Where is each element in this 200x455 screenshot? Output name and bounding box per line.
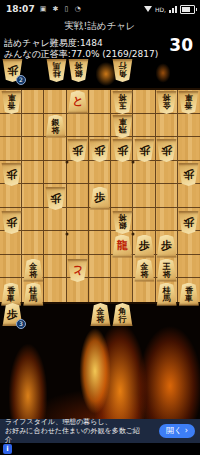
hand-piece-slot[interactable]: 角行 [112, 58, 133, 83]
hoshi-dot [132, 161, 135, 164]
board-cell[interactable] [0, 137, 22, 161]
board-cell[interactable] [89, 114, 111, 138]
piece-kanji: 歩 [7, 309, 18, 321]
board-cell[interactable] [178, 231, 200, 255]
ad-banner[interactable]: ライフスタイル、理想の暮らし、 お好みに合わせた住まいの外観を多数ご紹介 開く … [0, 419, 200, 443]
board-cell[interactable] [22, 184, 44, 208]
board-cell[interactable] [89, 161, 111, 185]
shogi-piece-gote-角行[interactable]: 角行 [112, 59, 133, 82]
board-cell[interactable] [67, 161, 89, 185]
board-cell[interactable] [89, 231, 111, 255]
piece-kanji: 歩 [183, 216, 194, 228]
board-cell[interactable] [0, 255, 22, 279]
piece-kanji: 歩 [139, 144, 150, 156]
hand-piece-slot[interactable]: 桂馬 [46, 58, 67, 83]
countdown-timer: 30 [169, 35, 193, 55]
piece-kanji: 将 [163, 94, 171, 102]
board-cell[interactable] [111, 278, 133, 302]
board-cell[interactable] [44, 278, 66, 302]
hand-piece-slot[interactable]: 金将 [90, 302, 111, 327]
clock-label: 18:07 [6, 4, 35, 14]
piece-kanji: 歩 [117, 144, 128, 156]
piece-kanji: 行 [119, 315, 127, 323]
hand-piece-slot[interactable]: 歩2 [2, 58, 23, 83]
shogi-board: 香車と玉将金将香車銀将飛車歩歩歩歩歩歩歩歩歩歩銀将歩龍歩歩金将と金将王将香車桂馬… [0, 88, 200, 304]
board-cell[interactable] [133, 114, 155, 138]
board-cell[interactable] [111, 255, 133, 279]
piece-kanji: 車 [118, 118, 126, 126]
piece-kanji: 行 [119, 63, 127, 71]
piece-count-badge: 2 [16, 75, 26, 85]
piece-kanji: 歩 [183, 168, 194, 180]
board-cell[interactable] [22, 137, 44, 161]
ad-open-button[interactable]: 開く › [159, 424, 195, 438]
hoshi-dot [65, 233, 68, 236]
piece-kanji: 銀 [75, 71, 83, 79]
board-cell[interactable] [89, 278, 111, 302]
notification-icons: ▣ ✱ ▯ ◔ [40, 5, 83, 13]
board-cell[interactable] [22, 231, 44, 255]
ad-line2: お好みに合わせた住まいの外観を多数ご紹介 [5, 427, 145, 445]
board-cell[interactable] [67, 184, 89, 208]
board-cell[interactable] [178, 137, 200, 161]
board-cell[interactable] [156, 184, 178, 208]
piece-kanji: 車 [7, 94, 15, 102]
board-cell[interactable] [0, 231, 22, 255]
piece-kanji: 将 [118, 94, 126, 102]
board-cell[interactable] [178, 184, 200, 208]
signal-icon [169, 6, 177, 13]
sente-captured-tray: 歩3金将角行 [0, 302, 200, 332]
board-cell[interactable] [89, 90, 111, 114]
board-cell[interactable] [44, 208, 66, 232]
piece-kanji: 歩 [139, 240, 150, 252]
piece-kanji: 歩 [50, 192, 61, 204]
board-cell[interactable] [22, 114, 44, 138]
board-cell[interactable] [67, 278, 89, 302]
board-cell[interactable] [0, 184, 22, 208]
piece-kanji: 歩 [72, 144, 83, 156]
piece-kanji: 馬 [163, 294, 171, 302]
board-cell[interactable] [44, 137, 66, 161]
piece-kanji: 将 [52, 126, 60, 134]
board-cell[interactable] [44, 231, 66, 255]
board-cell[interactable] [156, 208, 178, 232]
board-cell[interactable] [44, 90, 66, 114]
piece-kanji: 車 [185, 94, 193, 102]
board-cell[interactable] [156, 114, 178, 138]
piece-kanji: 将 [29, 270, 37, 278]
board-cell[interactable] [44, 255, 66, 279]
piece-kanji: 金 [163, 102, 171, 110]
ad-text: ライフスタイル、理想の暮らし、 お好みに合わせた住まいの外観を多数ご紹介 [5, 418, 145, 445]
piece-kanji: 馬 [53, 63, 61, 71]
piece-kanji: 車 [7, 294, 15, 302]
piece-kanji: 将 [118, 214, 126, 222]
board-cell[interactable] [22, 90, 44, 114]
piece-kanji: 歩 [161, 240, 172, 252]
piece-kanji: 角 [119, 71, 127, 79]
board-cell[interactable] [111, 161, 133, 185]
board-cell[interactable] [133, 184, 155, 208]
board-cell[interactable] [0, 114, 22, 138]
hoshi-dot [65, 161, 68, 164]
piece-kanji: 歩 [7, 65, 18, 77]
board-cell[interactable] [133, 208, 155, 232]
shogi-piece-sente-金将[interactable]: 金将 [90, 303, 111, 326]
piece-kanji: 桂 [53, 71, 61, 79]
piece-kanji: 香 [7, 102, 15, 110]
board-cell[interactable] [67, 208, 89, 232]
shogi-piece-sente-角行[interactable]: 角行 [112, 303, 133, 326]
board-cell[interactable] [111, 184, 133, 208]
piece-kanji: 車 [185, 294, 193, 302]
hand-piece-slot[interactable]: 歩3 [2, 302, 23, 327]
piece-kanji: 歩 [94, 192, 105, 204]
piece-kanji: 銀 [118, 222, 126, 230]
board-cell[interactable] [67, 114, 89, 138]
piece-kanji: 将 [75, 63, 83, 71]
board-cell[interactable] [89, 255, 111, 279]
board-cell[interactable] [67, 231, 89, 255]
gote-captured-tray: 歩2桂馬銀将角行 [0, 58, 200, 88]
board-cell[interactable] [133, 161, 155, 185]
board-cell[interactable] [178, 255, 200, 279]
piece-count-badge: 3 [16, 319, 26, 329]
hand-piece-slot[interactable]: 角行 [112, 302, 133, 327]
board-cell[interactable] [133, 90, 155, 114]
piece-kanji: 玉 [118, 102, 126, 110]
shogi-piece-gote-銀将[interactable]: 銀将 [68, 59, 89, 82]
wifi-icon [144, 6, 152, 12]
board-cell[interactable] [178, 114, 200, 138]
board-cell[interactable] [44, 161, 66, 185]
piece-kanji: と [72, 264, 83, 276]
page-title: 実戦!詰めチャレ [0, 18, 200, 34]
piece-kanji: 龍 [117, 240, 128, 252]
board-cell[interactable] [22, 161, 44, 185]
app-screen: 18:07 ▣ ✱ ▯ ◔ HD, 実戦!詰めチャレ 詰めチャレ難易度:1484… [0, 0, 200, 455]
board-cell[interactable] [89, 208, 111, 232]
piece-kanji: と [72, 96, 83, 108]
status-bar: 18:07 ▣ ✱ ▯ ◔ HD, [0, 0, 200, 18]
battery-icon [180, 5, 195, 14]
board-cell[interactable] [156, 161, 178, 185]
bottom-bar: i [0, 443, 200, 455]
hoshi-dot [132, 233, 135, 236]
piece-kanji: 香 [185, 102, 193, 110]
piece-kanji: 将 [97, 315, 105, 323]
board-cell[interactable] [133, 278, 155, 302]
piece-kanji: 将 [140, 270, 148, 278]
hd-indicator: HD, [155, 6, 166, 13]
hand-piece-slot[interactable]: 銀将 [68, 58, 89, 83]
ad-info-icon[interactable]: i [3, 444, 12, 454]
piece-kanji: 飛 [118, 126, 126, 134]
piece-kanji: 歩 [6, 216, 17, 228]
shogi-piece-gote-桂馬[interactable]: 桂馬 [46, 59, 67, 82]
piece-kanji: 馬 [29, 294, 37, 302]
board-cell[interactable] [22, 208, 44, 232]
ad-line1: ライフスタイル、理想の暮らし、 [5, 418, 145, 427]
piece-kanji: 歩 [6, 168, 17, 180]
piece-kanji: 歩 [94, 144, 105, 156]
piece-kanji: 将 [163, 270, 171, 278]
piece-kanji: 歩 [161, 144, 172, 156]
